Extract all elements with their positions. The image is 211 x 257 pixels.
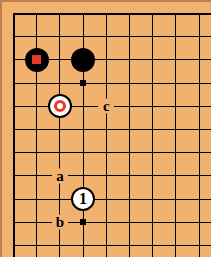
hoshi-star-point-marker xyxy=(80,219,86,225)
go-diagram: 1abc xyxy=(0,0,211,257)
stone-move-number: 1 xyxy=(79,191,87,207)
board-frame-left xyxy=(0,0,2,257)
red-square-marker xyxy=(32,55,41,64)
white-stone xyxy=(48,94,72,118)
black-stone xyxy=(25,48,49,72)
board-edge-line-top xyxy=(13,13,211,15)
white-stone: 1 xyxy=(71,187,95,211)
board-frame-top xyxy=(0,0,211,2)
red-circle-marker xyxy=(54,100,66,112)
point-label-b: b xyxy=(52,215,68,230)
point-label-c: c xyxy=(98,99,114,114)
hoshi-star-point-marker xyxy=(80,80,86,86)
point-label-a: a xyxy=(52,168,68,183)
board-edge-line-left xyxy=(13,13,15,257)
black-stone xyxy=(71,48,95,72)
